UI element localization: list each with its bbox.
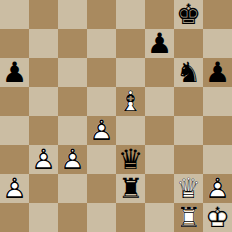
square-f2[interactable] bbox=[145, 174, 174, 203]
square-g8[interactable]: ♚ bbox=[174, 0, 203, 29]
square-h4[interactable] bbox=[203, 116, 232, 145]
white-pawn-outline: ♙ bbox=[203, 174, 232, 203]
black-knight[interactable]: ♞ bbox=[174, 58, 203, 87]
square-d1[interactable] bbox=[87, 203, 116, 232]
square-e2[interactable]: ♜ bbox=[116, 174, 145, 203]
square-c8[interactable] bbox=[58, 0, 87, 29]
square-b1[interactable] bbox=[29, 203, 58, 232]
square-b3[interactable]: ♟♙ bbox=[29, 145, 58, 174]
square-f4[interactable] bbox=[145, 116, 174, 145]
square-d6[interactable] bbox=[87, 58, 116, 87]
square-e3[interactable]: ♛ bbox=[116, 145, 145, 174]
square-f6[interactable] bbox=[145, 58, 174, 87]
square-a1[interactable] bbox=[0, 203, 29, 232]
square-c4[interactable] bbox=[58, 116, 87, 145]
square-g4[interactable] bbox=[174, 116, 203, 145]
black-pawn-glyph: ♟ bbox=[203, 58, 232, 87]
square-a8[interactable] bbox=[0, 0, 29, 29]
square-h5[interactable] bbox=[203, 87, 232, 116]
square-d5[interactable] bbox=[87, 87, 116, 116]
black-rook-glyph: ♜ bbox=[116, 174, 145, 203]
white-pawn-outline: ♙ bbox=[87, 116, 116, 145]
square-b5[interactable] bbox=[29, 87, 58, 116]
square-f1[interactable] bbox=[145, 203, 174, 232]
square-e1[interactable] bbox=[116, 203, 145, 232]
white-bishop-outline: ♗ bbox=[116, 87, 145, 116]
white-king[interactable]: ♚♔ bbox=[203, 203, 232, 232]
square-h7[interactable] bbox=[203, 29, 232, 58]
square-e6[interactable] bbox=[116, 58, 145, 87]
white-pawn-outline: ♙ bbox=[58, 145, 87, 174]
black-pawn-glyph: ♟ bbox=[0, 58, 29, 87]
white-pawn[interactable]: ♟♙ bbox=[58, 145, 87, 174]
white-queen[interactable]: ♛♕ bbox=[174, 174, 203, 203]
black-pawn[interactable]: ♟ bbox=[0, 58, 29, 87]
square-c2[interactable] bbox=[58, 174, 87, 203]
black-queen[interactable]: ♛ bbox=[116, 145, 145, 174]
white-rook-outline: ♖ bbox=[174, 203, 203, 232]
square-g7[interactable] bbox=[174, 29, 203, 58]
square-e5[interactable]: ♝♗ bbox=[116, 87, 145, 116]
white-pawn-outline: ♙ bbox=[0, 174, 29, 203]
white-pawn[interactable]: ♟♙ bbox=[87, 116, 116, 145]
black-king[interactable]: ♚ bbox=[174, 0, 203, 29]
square-h8[interactable] bbox=[203, 0, 232, 29]
square-b6[interactable] bbox=[29, 58, 58, 87]
white-bishop[interactable]: ♝♗ bbox=[116, 87, 145, 116]
white-pawn[interactable]: ♟♙ bbox=[203, 174, 232, 203]
square-d4[interactable]: ♟♙ bbox=[87, 116, 116, 145]
square-e8[interactable] bbox=[116, 0, 145, 29]
square-g5[interactable] bbox=[174, 87, 203, 116]
square-d3[interactable] bbox=[87, 145, 116, 174]
square-g1[interactable]: ♜♖ bbox=[174, 203, 203, 232]
square-f3[interactable] bbox=[145, 145, 174, 174]
square-h3[interactable] bbox=[203, 145, 232, 174]
square-a4[interactable] bbox=[0, 116, 29, 145]
square-g3[interactable] bbox=[174, 145, 203, 174]
square-d7[interactable] bbox=[87, 29, 116, 58]
square-a6[interactable]: ♟ bbox=[0, 58, 29, 87]
black-pawn[interactable]: ♟ bbox=[203, 58, 232, 87]
square-e7[interactable] bbox=[116, 29, 145, 58]
white-pawn[interactable]: ♟♙ bbox=[0, 174, 29, 203]
square-a7[interactable] bbox=[0, 29, 29, 58]
square-c1[interactable] bbox=[58, 203, 87, 232]
square-a3[interactable] bbox=[0, 145, 29, 174]
black-king-glyph: ♚ bbox=[174, 0, 203, 29]
square-h1[interactable]: ♚♔ bbox=[203, 203, 232, 232]
square-f8[interactable] bbox=[145, 0, 174, 29]
white-pawn-outline: ♙ bbox=[29, 145, 58, 174]
square-g6[interactable]: ♞ bbox=[174, 58, 203, 87]
square-c5[interactable] bbox=[58, 87, 87, 116]
chess-board: ♚♟♟♞♟♝♗♟♙♟♙♟♙♛♟♙♜♛♕♟♙♜♖♚♔ bbox=[0, 0, 232, 232]
black-pawn[interactable]: ♟ bbox=[145, 29, 174, 58]
black-pawn-glyph: ♟ bbox=[145, 29, 174, 58]
black-queen-glyph: ♛ bbox=[116, 145, 145, 174]
white-pawn[interactable]: ♟♙ bbox=[29, 145, 58, 174]
square-c3[interactable]: ♟♙ bbox=[58, 145, 87, 174]
square-c7[interactable] bbox=[58, 29, 87, 58]
square-b2[interactable] bbox=[29, 174, 58, 203]
square-b7[interactable] bbox=[29, 29, 58, 58]
black-rook[interactable]: ♜ bbox=[116, 174, 145, 203]
white-king-outline: ♔ bbox=[203, 203, 232, 232]
white-rook[interactable]: ♜♖ bbox=[174, 203, 203, 232]
square-h6[interactable]: ♟ bbox=[203, 58, 232, 87]
white-queen-outline: ♕ bbox=[174, 174, 203, 203]
square-e4[interactable] bbox=[116, 116, 145, 145]
square-d8[interactable] bbox=[87, 0, 116, 29]
square-c6[interactable] bbox=[58, 58, 87, 87]
square-a5[interactable] bbox=[0, 87, 29, 116]
square-b8[interactable] bbox=[29, 0, 58, 29]
square-a2[interactable]: ♟♙ bbox=[0, 174, 29, 203]
square-f5[interactable] bbox=[145, 87, 174, 116]
square-g2[interactable]: ♛♕ bbox=[174, 174, 203, 203]
square-d2[interactable] bbox=[87, 174, 116, 203]
square-b4[interactable] bbox=[29, 116, 58, 145]
square-f7[interactable]: ♟ bbox=[145, 29, 174, 58]
square-h2[interactable]: ♟♙ bbox=[203, 174, 232, 203]
black-knight-glyph: ♞ bbox=[174, 58, 203, 87]
